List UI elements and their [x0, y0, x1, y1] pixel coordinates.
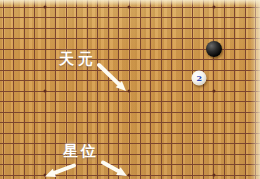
grid-vline — [150, 0, 151, 179]
grid-vline — [34, 0, 35, 179]
grid-vline — [118, 0, 119, 179]
star-point — [44, 90, 47, 93]
grid-hline — [0, 17, 260, 18]
grid-hline — [0, 112, 260, 113]
grid-vline — [3, 0, 4, 179]
grid-hline — [0, 38, 260, 39]
hoshi-arrow-right-icon — [103, 163, 127, 177]
hoshi-arrow-left-icon — [45, 166, 74, 178]
star-point — [212, 90, 215, 93]
grid-vline — [192, 0, 193, 179]
grid-hline — [0, 133, 260, 134]
star-point — [44, 174, 47, 177]
go-board[interactable]: 2 天元 星位 — [0, 0, 260, 179]
grid-hline — [0, 143, 260, 144]
right-edge-haze — [250, 0, 260, 179]
grid-vline — [203, 0, 204, 179]
grid-vline — [234, 0, 235, 179]
grid-vline — [224, 0, 225, 179]
star-point — [128, 90, 131, 93]
grid-hline — [0, 122, 260, 123]
grid-hline — [0, 28, 260, 29]
tengen-arrow-icon — [99, 65, 126, 91]
grid-hline — [0, 164, 260, 165]
grid-vline — [13, 0, 14, 179]
star-point — [128, 174, 131, 177]
grid-vline — [182, 0, 183, 179]
grid-hline — [0, 101, 260, 102]
tengen-label: 天元 — [59, 50, 97, 69]
star-point — [44, 6, 47, 9]
star-point — [212, 174, 215, 177]
grid-vline — [24, 0, 25, 179]
star-point — [212, 6, 215, 9]
black-stone[interactable] — [206, 41, 222, 57]
grid-vline — [161, 0, 162, 179]
grid-vline — [55, 0, 56, 179]
stone-number: 2 — [196, 74, 202, 82]
grid-hline — [0, 59, 260, 60]
hoshi-label: 星位 — [63, 142, 99, 161]
grid-hline — [0, 154, 260, 155]
star-point — [128, 6, 131, 9]
grid-vline — [255, 0, 256, 179]
grid-vline — [171, 0, 172, 179]
grid-vline — [108, 0, 109, 179]
white-stone[interactable]: 2 — [192, 70, 207, 85]
grid-hline — [0, 80, 260, 81]
grid-vline — [140, 0, 141, 179]
grid-vline — [245, 0, 246, 179]
grid-hline — [0, 70, 260, 71]
